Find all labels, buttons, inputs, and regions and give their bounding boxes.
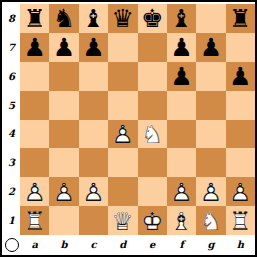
square-e3[interactable] [138,148,167,177]
square-c8[interactable]: ♝ [79,4,108,33]
file-label-c: c [79,235,108,253]
bishop-glyph: ♝ [167,6,196,31]
rook-glyph: ♜ [20,6,49,31]
knight-outline-glyph: ♘ [138,121,167,146]
file-label-h: h [226,235,255,253]
file-label-g: g [196,235,225,253]
file-label-d: d [108,235,137,253]
white-king[interactable]: ♚♔ [138,206,167,235]
square-a7[interactable]: ♟ [20,33,49,62]
square-e4[interactable]: ♞♘ [138,120,167,149]
square-c5[interactable] [79,91,108,120]
white-queen[interactable]: ♛♕ [108,206,137,235]
pawn-glyph: ♟ [49,35,78,60]
square-b2[interactable]: ♟♙ [49,177,78,206]
white-rook[interactable]: ♜♖ [226,206,255,235]
rank-label-1: 1 [2,206,19,235]
black-rook[interactable]: ♜ [226,4,255,33]
white-to-move-indicator [5,238,19,252]
rook-outline-glyph: ♖ [20,208,49,233]
square-a8[interactable]: ♜ [20,4,49,33]
square-h4[interactable] [226,120,255,149]
square-b8[interactable]: ♞ [49,4,78,33]
square-g1[interactable]: ♞♘ [196,206,225,235]
square-c4[interactable] [79,120,108,149]
knight-outline-glyph: ♘ [196,208,225,233]
square-f4[interactable] [167,120,196,149]
rank-label-5: 5 [2,91,19,120]
square-g3[interactable] [196,148,225,177]
black-pawn[interactable]: ♟ [167,33,196,62]
square-d3[interactable] [108,148,137,177]
file-label-a: a [20,235,49,253]
pawn-outline-glyph: ♙ [196,179,225,204]
square-g2[interactable]: ♟♙ [196,177,225,206]
square-h6[interactable]: ♟ [226,62,255,91]
square-f8[interactable]: ♝ [167,4,196,33]
pawn-outline-glyph: ♙ [226,179,255,204]
square-c6[interactable] [79,62,108,91]
chess-diagram: 87654321 ♜♞♝♛♚♝♜♟♟♟♟♟♟♟♟♙♞♘♟♙♟♙♟♙♟♙♟♙♟♙♜… [0,0,257,257]
rank-label-3: 3 [2,148,19,177]
square-d7[interactable] [108,33,137,62]
white-bishop[interactable]: ♝♗ [167,206,196,235]
square-f1[interactable]: ♝♗ [167,206,196,235]
file-label-b: b [49,235,78,253]
pawn-glyph: ♟ [226,64,255,89]
square-d5[interactable] [108,91,137,120]
square-a3[interactable] [20,148,49,177]
square-c7[interactable]: ♟ [79,33,108,62]
square-b1[interactable] [49,206,78,235]
black-rook[interactable]: ♜ [20,4,49,33]
pawn-glyph: ♟ [20,35,49,60]
white-pawn[interactable]: ♟♙ [196,177,225,206]
square-g6[interactable] [196,62,225,91]
square-c2[interactable]: ♟♙ [79,177,108,206]
square-a4[interactable] [20,120,49,149]
square-e7[interactable] [138,33,167,62]
square-b7[interactable]: ♟ [49,33,78,62]
white-pawn[interactable]: ♟♙ [79,177,108,206]
white-pawn[interactable]: ♟♙ [49,177,78,206]
king-glyph: ♚ [138,6,167,31]
pawn-glyph: ♟ [167,35,196,60]
bishop-outline-glyph: ♗ [167,208,196,233]
black-pawn[interactable]: ♟ [196,33,225,62]
black-pawn[interactable]: ♟ [49,33,78,62]
square-f7[interactable]: ♟ [167,33,196,62]
white-knight[interactable]: ♞♘ [196,206,225,235]
square-g4[interactable] [196,120,225,149]
square-f3[interactable] [167,148,196,177]
pawn-glyph: ♟ [79,35,108,60]
pawn-glyph: ♟ [167,64,196,89]
square-a2[interactable]: ♟♙ [20,177,49,206]
pawn-outline-glyph: ♙ [49,179,78,204]
square-f6[interactable]: ♟ [167,62,196,91]
pawn-outline-glyph: ♙ [167,179,196,204]
square-h5[interactable] [226,91,255,120]
square-d2[interactable] [108,177,137,206]
black-king[interactable]: ♚ [138,4,167,33]
square-h7[interactable] [226,33,255,62]
square-d8[interactable]: ♛ [108,4,137,33]
square-e1[interactable]: ♚♔ [138,206,167,235]
white-pawn[interactable]: ♟♙ [108,120,137,149]
square-f5[interactable] [167,91,196,120]
white-pawn[interactable]: ♟♙ [20,177,49,206]
white-pawn[interactable]: ♟♙ [167,177,196,206]
square-h2[interactable]: ♟♙ [226,177,255,206]
file-label-f: f [167,235,196,253]
square-a6[interactable] [20,62,49,91]
rook-outline-glyph: ♖ [226,208,255,233]
square-b3[interactable] [49,148,78,177]
square-h8[interactable]: ♜ [226,4,255,33]
black-pawn[interactable]: ♟ [226,62,255,91]
queen-glyph: ♛ [108,6,137,31]
square-h1[interactable]: ♜♖ [226,206,255,235]
square-f2[interactable]: ♟♙ [167,177,196,206]
pawn-outline-glyph: ♙ [79,179,108,204]
black-bishop[interactable]: ♝ [79,4,108,33]
square-e5[interactable] [138,91,167,120]
file-labels: abcdefgh [20,235,255,253]
white-rook[interactable]: ♜♖ [20,206,49,235]
file-label-e: e [138,235,167,253]
square-g5[interactable] [196,91,225,120]
square-e2[interactable] [138,177,167,206]
black-pawn[interactable]: ♟ [20,33,49,62]
white-knight[interactable]: ♞♘ [138,120,167,149]
chess-board: ♜♞♝♛♚♝♜♟♟♟♟♟♟♟♟♙♞♘♟♙♟♙♟♙♟♙♟♙♟♙♜♖♛♕♚♔♝♗♞♘… [20,4,255,235]
pawn-glyph: ♟ [196,35,225,60]
square-d6[interactable] [108,62,137,91]
square-e6[interactable] [138,62,167,91]
square-g7[interactable]: ♟ [196,33,225,62]
black-pawn[interactable]: ♟ [79,33,108,62]
square-c1[interactable] [79,206,108,235]
rank-label-6: 6 [2,62,19,91]
rank-labels: 87654321 [2,4,19,235]
knight-glyph: ♞ [49,6,78,31]
square-b5[interactable] [49,91,78,120]
square-a1[interactable]: ♜♖ [20,206,49,235]
black-pawn[interactable]: ♟ [167,62,196,91]
black-queen[interactable]: ♛ [108,4,137,33]
rank-label-4: 4 [2,120,19,149]
queen-outline-glyph: ♕ [108,208,137,233]
rook-glyph: ♜ [226,6,255,31]
black-bishop[interactable]: ♝ [167,4,196,33]
square-g8[interactable] [196,4,225,33]
square-e8[interactable]: ♚ [138,4,167,33]
pawn-outline-glyph: ♙ [108,121,137,146]
rank-label-8: 8 [2,4,19,33]
square-b6[interactable] [49,62,78,91]
rank-label-2: 2 [2,177,19,206]
pawn-outline-glyph: ♙ [20,179,49,204]
square-h3[interactable] [226,148,255,177]
square-c3[interactable] [79,148,108,177]
bishop-glyph: ♝ [79,6,108,31]
square-a5[interactable] [20,91,49,120]
rank-label-7: 7 [2,33,19,62]
square-d4[interactable]: ♟♙ [108,120,137,149]
king-outline-glyph: ♔ [138,208,167,233]
black-knight[interactable]: ♞ [49,4,78,33]
square-b4[interactable] [49,120,78,149]
white-pawn[interactable]: ♟♙ [226,177,255,206]
square-d1[interactable]: ♛♕ [108,206,137,235]
